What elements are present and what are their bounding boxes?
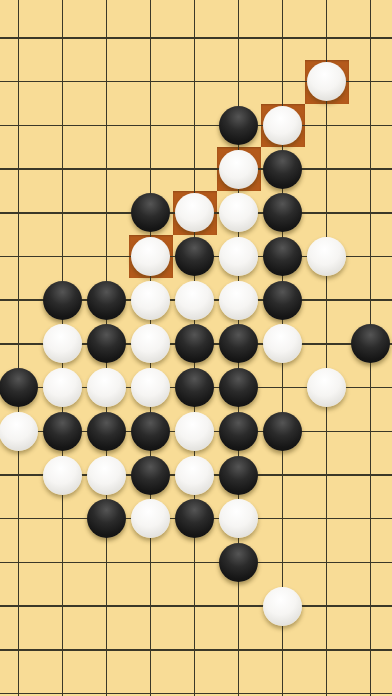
black-stone xyxy=(175,324,214,363)
game-screen xyxy=(0,0,392,696)
black-stone xyxy=(219,368,258,407)
white-stone xyxy=(219,193,258,232)
black-stone xyxy=(351,324,390,363)
black-stone xyxy=(43,412,82,451)
white-stone xyxy=(43,368,82,407)
white-stone xyxy=(131,324,170,363)
white-stone xyxy=(43,456,82,495)
white-stone xyxy=(175,456,214,495)
white-stone-winning xyxy=(131,237,170,276)
black-stone xyxy=(131,193,170,232)
white-stone xyxy=(263,324,302,363)
black-stone xyxy=(87,281,126,320)
black-stone xyxy=(43,281,82,320)
black-stone xyxy=(175,368,214,407)
white-stone xyxy=(219,499,258,538)
black-stone xyxy=(219,543,258,582)
black-stone xyxy=(263,412,302,451)
white-stone xyxy=(219,281,258,320)
white-stone xyxy=(131,368,170,407)
white-stone xyxy=(131,499,170,538)
white-stone xyxy=(263,587,302,626)
white-stone-winning xyxy=(307,62,346,101)
black-stone xyxy=(175,237,214,276)
black-stone xyxy=(263,281,302,320)
gomoku-board[interactable] xyxy=(0,0,392,696)
white-stone xyxy=(175,412,214,451)
black-stone xyxy=(175,499,214,538)
grid-line-vertical xyxy=(18,0,20,696)
white-stone-winning xyxy=(219,150,258,189)
grid-line-horizontal xyxy=(0,693,392,695)
white-stone xyxy=(175,281,214,320)
white-stone xyxy=(87,368,126,407)
black-stone xyxy=(87,324,126,363)
black-stone xyxy=(219,456,258,495)
grid-line-horizontal xyxy=(0,168,392,170)
white-stone-winning xyxy=(263,106,302,145)
black-stone xyxy=(131,412,170,451)
black-stone xyxy=(219,412,258,451)
white-stone xyxy=(43,324,82,363)
white-stone xyxy=(87,456,126,495)
grid-line-vertical xyxy=(326,0,328,696)
black-stone xyxy=(87,499,126,538)
white-stone xyxy=(307,368,346,407)
black-stone xyxy=(0,368,38,407)
white-stone xyxy=(0,412,38,451)
grid-line-horizontal xyxy=(0,125,392,127)
grid-line-horizontal xyxy=(0,562,392,564)
white-stone xyxy=(131,281,170,320)
black-stone xyxy=(219,324,258,363)
black-stone xyxy=(219,106,258,145)
black-stone xyxy=(263,237,302,276)
grid-line-horizontal xyxy=(0,649,392,651)
black-stone xyxy=(263,150,302,189)
black-stone xyxy=(131,456,170,495)
grid-line-horizontal xyxy=(0,37,392,39)
grid-line-horizontal xyxy=(0,605,392,607)
white-stone xyxy=(219,237,258,276)
black-stone xyxy=(263,193,302,232)
white-stone xyxy=(307,237,346,276)
black-stone xyxy=(87,412,126,451)
